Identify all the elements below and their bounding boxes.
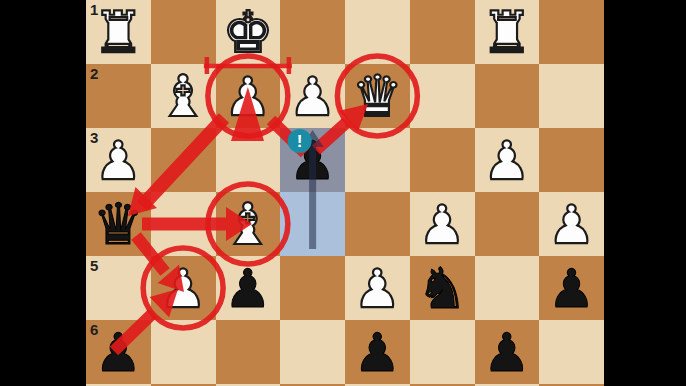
piece-black-pawn-f5: ♟ xyxy=(216,256,281,320)
piece-black-pawn-d6: ♟ xyxy=(345,320,410,384)
square-f4: ♝ xyxy=(216,192,281,256)
square-e4 xyxy=(280,192,345,256)
piece-white-pawn-g5: ♟ xyxy=(151,256,216,320)
square-h3: 3♟ xyxy=(86,128,151,192)
piece-black-pawn-e3: ♟ xyxy=(280,128,345,192)
rank-label-6: 6 xyxy=(90,321,98,338)
square-e1 xyxy=(280,0,345,64)
piece-black-queen-h4: ♛ xyxy=(86,192,151,256)
square-f6 xyxy=(216,320,281,384)
piece-white-pawn-c4: ♟ xyxy=(410,192,475,256)
square-a6 xyxy=(539,320,604,384)
square-d2: ♛ xyxy=(345,64,410,128)
square-h6: 6♟ xyxy=(86,320,151,384)
square-e5 xyxy=(280,256,345,320)
square-g6 xyxy=(151,320,216,384)
square-g2: ♝ xyxy=(151,64,216,128)
square-b6: ♟ xyxy=(475,320,540,384)
square-h2: 2 xyxy=(86,64,151,128)
square-d3 xyxy=(345,128,410,192)
rank-label-2: 2 xyxy=(90,65,98,82)
square-g1 xyxy=(151,0,216,64)
square-b5 xyxy=(475,256,540,320)
square-b4 xyxy=(475,192,540,256)
square-h1: 1♜ xyxy=(86,0,151,64)
piece-white-pawn-d5: ♟ xyxy=(345,256,410,320)
video-frame: 1♜♚♜2♝♟♟♛3♟♟♟♛♝♟♟5♟♟♟♞♟6♟♟♟ ! xyxy=(0,0,686,386)
square-h4: ♛ xyxy=(86,192,151,256)
piece-white-pawn-b3: ♟ xyxy=(475,128,540,192)
square-b2 xyxy=(475,64,540,128)
square-h5: 5 xyxy=(86,256,151,320)
square-c3 xyxy=(410,128,475,192)
square-c5: ♞ xyxy=(410,256,475,320)
piece-black-pawn-a5: ♟ xyxy=(539,256,604,320)
rank-label-5: 5 xyxy=(90,257,98,274)
square-d1 xyxy=(345,0,410,64)
square-a3 xyxy=(539,128,604,192)
square-c6 xyxy=(410,320,475,384)
square-f5: ♟ xyxy=(216,256,281,320)
square-c2 xyxy=(410,64,475,128)
square-f3 xyxy=(216,128,281,192)
rank-label-3: 3 xyxy=(90,129,98,146)
square-b1: ♜ xyxy=(475,0,540,64)
piece-white-pawn-a4: ♟ xyxy=(539,192,604,256)
piece-white-bishop-g2: ♝ xyxy=(151,64,216,128)
square-c4: ♟ xyxy=(410,192,475,256)
square-f1: ♚ xyxy=(216,0,281,64)
chess-board: 1♜♚♜2♝♟♟♛3♟♟♟♛♝♟♟5♟♟♟♞♟6♟♟♟ xyxy=(86,0,604,386)
square-g5: ♟ xyxy=(151,256,216,320)
piece-white-rook-b1: ♜ xyxy=(475,0,540,64)
square-b3: ♟ xyxy=(475,128,540,192)
square-d4 xyxy=(345,192,410,256)
square-a2 xyxy=(539,64,604,128)
square-e3: ♟ xyxy=(280,128,345,192)
square-a1 xyxy=(539,0,604,64)
piece-white-bishop-f4: ♝ xyxy=(216,192,281,256)
piece-white-pawn-f2: ♟ xyxy=(216,64,281,128)
piece-black-knight-c5: ♞ xyxy=(410,256,475,320)
square-f2: ♟ xyxy=(216,64,281,128)
square-a4: ♟ xyxy=(539,192,604,256)
square-g3 xyxy=(151,128,216,192)
square-d5: ♟ xyxy=(345,256,410,320)
piece-white-pawn-e2: ♟ xyxy=(280,64,345,128)
square-a5: ♟ xyxy=(539,256,604,320)
rank-label-1: 1 xyxy=(90,1,98,18)
square-g4 xyxy=(151,192,216,256)
piece-white-queen-d2: ♛ xyxy=(345,64,410,128)
piece-black-pawn-b6: ♟ xyxy=(475,320,540,384)
piece-white-king-f1: ♚ xyxy=(216,0,281,64)
square-d6: ♟ xyxy=(345,320,410,384)
square-c1 xyxy=(410,0,475,64)
square-e2: ♟ xyxy=(280,64,345,128)
square-e6 xyxy=(280,320,345,384)
